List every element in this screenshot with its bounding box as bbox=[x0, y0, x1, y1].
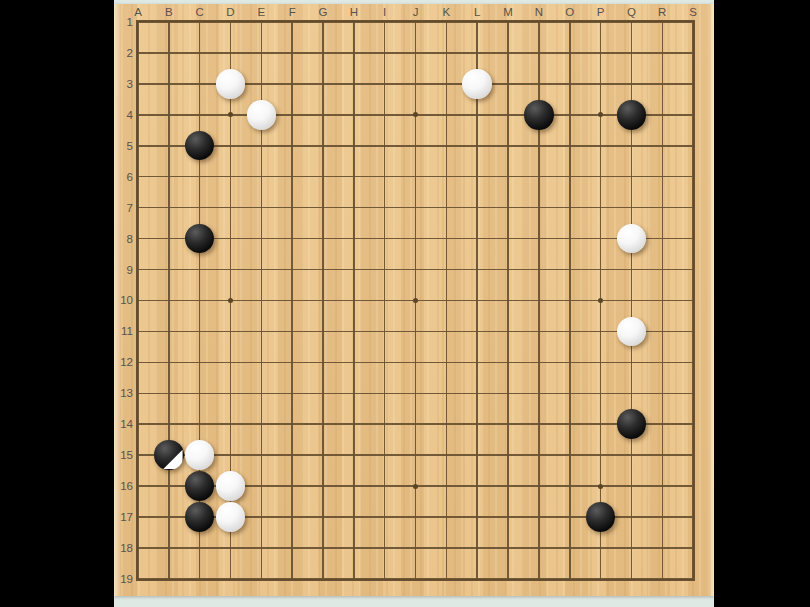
stones-grid bbox=[123, 7, 709, 595]
black-stone-P17 bbox=[586, 502, 616, 532]
black-stone-Q14 bbox=[617, 409, 647, 439]
letterbox-right bbox=[714, 0, 810, 607]
black-stone-C8 bbox=[185, 224, 215, 254]
black-stone-C17 bbox=[185, 502, 215, 532]
white-stone-Q11 bbox=[617, 317, 647, 347]
black-stone-N4 bbox=[524, 100, 554, 130]
go-board[interactable]: ABCDEFGHIJKLMNOPQRS 12345678910111213141… bbox=[114, 4, 714, 596]
white-stone-D16 bbox=[216, 471, 246, 501]
black-stone-B15 bbox=[154, 440, 184, 470]
black-stone-Q4 bbox=[617, 100, 647, 130]
white-stone-L3 bbox=[462, 69, 492, 99]
white-stone-C15 bbox=[185, 440, 215, 470]
black-stone-C16 bbox=[185, 471, 215, 501]
letterbox-left bbox=[0, 0, 114, 607]
white-stone-E4 bbox=[247, 100, 277, 130]
white-stone-Q8 bbox=[617, 224, 647, 254]
board-frame: ABCDEFGHIJKLMNOPQRS 12345678910111213141… bbox=[114, 0, 714, 607]
white-stone-D3 bbox=[216, 69, 246, 99]
black-stone-C5 bbox=[185, 131, 215, 161]
white-stone-D17 bbox=[216, 502, 246, 532]
last-move-marker bbox=[155, 441, 183, 469]
